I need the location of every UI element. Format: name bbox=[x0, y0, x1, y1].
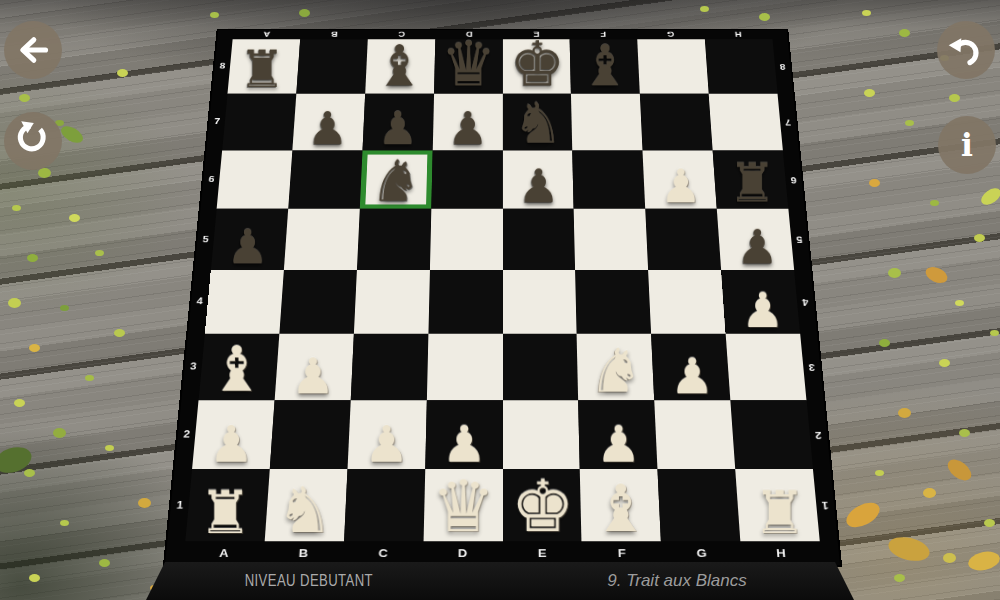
square-c3[interactable] bbox=[351, 334, 429, 400]
piece-white-king-e1[interactable]: ♚ bbox=[503, 471, 582, 542]
file-label-top-F: F bbox=[570, 30, 638, 39]
square-b1[interactable]: ♞ bbox=[265, 469, 348, 541]
square-b6[interactable] bbox=[288, 150, 362, 209]
file-label-top-D: D bbox=[435, 30, 502, 39]
square-c8[interactable]: ♝ bbox=[365, 39, 435, 93]
file-label-top-A: A bbox=[233, 30, 301, 39]
file-label-bottom-H: H bbox=[740, 541, 822, 565]
piece-black-rook-a8[interactable]: ♜ bbox=[228, 43, 297, 95]
square-e2[interactable] bbox=[503, 400, 581, 469]
piece-white-queen-d1[interactable]: ♛ bbox=[423, 471, 502, 542]
square-g4[interactable] bbox=[648, 270, 725, 334]
piece-white-rook-a1[interactable]: ♜ bbox=[186, 482, 265, 542]
square-g1[interactable] bbox=[658, 469, 741, 541]
square-d6[interactable] bbox=[431, 150, 502, 209]
square-f8[interactable]: ♝ bbox=[570, 39, 640, 93]
file-label-top-G: G bbox=[637, 30, 705, 39]
undo-move-button[interactable] bbox=[937, 21, 995, 79]
square-a6[interactable] bbox=[217, 150, 293, 209]
piece-white-pawn-h4[interactable]: ♟ bbox=[726, 286, 800, 334]
piece-white-pawn-d2[interactable]: ♟ bbox=[425, 419, 503, 469]
piece-black-pawn-c7[interactable]: ♟ bbox=[362, 105, 432, 151]
square-a3[interactable]: ♝ bbox=[199, 334, 280, 400]
square-d2[interactable]: ♟ bbox=[425, 400, 503, 469]
piece-white-pawn-a2[interactable]: ♟ bbox=[192, 419, 270, 469]
square-g5[interactable] bbox=[645, 209, 721, 270]
undo-curved-arrow-icon bbox=[944, 28, 988, 72]
square-b2[interactable] bbox=[270, 400, 351, 469]
piece-black-pawn-d7[interactable]: ♟ bbox=[432, 105, 502, 151]
square-h4[interactable]: ♟ bbox=[721, 270, 800, 334]
piece-white-bishop-f1[interactable]: ♝ bbox=[582, 477, 661, 542]
move-status: 9. Trait aux Blancs bbox=[514, 562, 840, 600]
info-icon: i bbox=[945, 123, 989, 167]
piece-white-pawn-b3[interactable]: ♟ bbox=[275, 351, 351, 400]
square-f4[interactable] bbox=[575, 270, 651, 334]
square-g3[interactable]: ♟ bbox=[651, 334, 730, 400]
square-d4[interactable] bbox=[428, 270, 502, 334]
square-b7[interactable]: ♟ bbox=[292, 94, 365, 151]
piece-white-knight-b1[interactable]: ♞ bbox=[265, 478, 344, 541]
info-button[interactable]: i bbox=[938, 116, 996, 174]
square-c6[interactable]: ♞ bbox=[360, 150, 433, 209]
piece-black-knight-c6[interactable]: ♞ bbox=[360, 153, 431, 210]
piece-black-pawn-b7[interactable]: ♟ bbox=[292, 105, 362, 151]
rotate-clockwise-icon bbox=[11, 119, 55, 163]
square-h6[interactable]: ♜ bbox=[713, 150, 789, 209]
piece-black-rook-h6[interactable]: ♜ bbox=[717, 156, 788, 210]
piece-white-pawn-c2[interactable]: ♟ bbox=[347, 419, 425, 469]
square-c2[interactable]: ♟ bbox=[347, 400, 426, 469]
square-a4[interactable] bbox=[205, 270, 284, 334]
piece-black-queen-d8[interactable]: ♛ bbox=[434, 33, 503, 95]
square-f3[interactable]: ♞ bbox=[577, 334, 655, 400]
square-a5[interactable]: ♟ bbox=[211, 209, 288, 270]
back-button[interactable] bbox=[4, 21, 62, 79]
piece-black-bishop-f8[interactable]: ♝ bbox=[571, 38, 640, 95]
square-d5[interactable] bbox=[430, 209, 503, 270]
square-h2[interactable] bbox=[730, 400, 813, 469]
file-label-bottom-B: B bbox=[263, 541, 344, 565]
board-frame: ABCDEFGH ABCDEFGH 87654321 87654321 ♜♝♛♚… bbox=[165, 30, 840, 565]
square-f2[interactable]: ♟ bbox=[578, 400, 657, 469]
square-g7[interactable] bbox=[640, 94, 713, 151]
square-b5[interactable] bbox=[284, 209, 360, 270]
square-b4[interactable] bbox=[279, 270, 356, 334]
file-label-top-E: E bbox=[503, 30, 570, 39]
file-label-bottom-A: A bbox=[183, 541, 265, 565]
square-a7[interactable] bbox=[222, 94, 296, 151]
rotate-board-button[interactable] bbox=[4, 112, 62, 170]
piece-white-bishop-a3[interactable]: ♝ bbox=[199, 338, 275, 401]
square-b3[interactable]: ♟ bbox=[275, 334, 354, 400]
square-a8[interactable]: ♜ bbox=[227, 39, 300, 93]
square-a2[interactable]: ♟ bbox=[192, 400, 275, 469]
square-h8[interactable] bbox=[705, 39, 778, 93]
square-h7[interactable] bbox=[709, 94, 783, 151]
file-label-bottom-E: E bbox=[503, 541, 583, 565]
piece-white-pawn-f2[interactable]: ♟ bbox=[580, 419, 658, 469]
square-g6[interactable]: ♟ bbox=[643, 150, 717, 209]
square-f1[interactable]: ♝ bbox=[580, 469, 661, 541]
square-a1[interactable]: ♜ bbox=[185, 469, 269, 541]
board-grid: ♜♝♛♚♝♟♟♟♞♞♟♟♜♟♟♟♝♟♞♟♟♟♟♟♜♞♛♚♝♜ bbox=[185, 39, 820, 541]
square-e1[interactable]: ♚ bbox=[503, 469, 582, 541]
square-h3[interactable] bbox=[726, 334, 807, 400]
square-e7[interactable]: ♞ bbox=[503, 94, 573, 151]
piece-white-rook-h1[interactable]: ♜ bbox=[740, 482, 819, 542]
square-b8[interactable] bbox=[296, 39, 367, 93]
piece-black-pawn-a5[interactable]: ♟ bbox=[211, 223, 284, 270]
file-label-top-B: B bbox=[300, 30, 368, 39]
square-h5[interactable]: ♟ bbox=[717, 209, 794, 270]
square-f7[interactable] bbox=[571, 94, 642, 151]
piece-white-knight-f3[interactable]: ♞ bbox=[578, 340, 654, 401]
piece-black-knight-e7[interactable]: ♞ bbox=[503, 95, 573, 151]
file-labels-bottom: ABCDEFGH bbox=[183, 541, 822, 565]
file-label-bottom-F: F bbox=[582, 541, 662, 565]
left-arrow-icon bbox=[11, 28, 55, 72]
file-label-top-H: H bbox=[704, 30, 772, 39]
square-f6[interactable] bbox=[573, 150, 646, 209]
file-label-bottom-G: G bbox=[661, 541, 742, 565]
square-e6[interactable]: ♟ bbox=[503, 150, 574, 209]
piece-black-pawn-h5[interactable]: ♟ bbox=[721, 223, 794, 270]
file-label-top-C: C bbox=[368, 30, 436, 39]
svg-text:i: i bbox=[961, 126, 973, 163]
file-labels-top: ABCDEFGH bbox=[233, 30, 773, 39]
scattered-leaves bbox=[0, 0, 9, 6]
square-f5[interactable] bbox=[574, 209, 648, 270]
square-e4[interactable] bbox=[503, 270, 577, 334]
file-label-bottom-D: D bbox=[423, 541, 503, 565]
piece-black-pawn-e6[interactable]: ♟ bbox=[503, 163, 574, 209]
square-e8[interactable]: ♚ bbox=[503, 39, 572, 93]
square-d8[interactable]: ♛ bbox=[434, 39, 503, 93]
piece-black-bishop-c8[interactable]: ♝ bbox=[365, 38, 434, 95]
file-label-bottom-C: C bbox=[343, 541, 423, 565]
square-c1[interactable] bbox=[344, 469, 425, 541]
piece-black-king-e8[interactable]: ♚ bbox=[503, 33, 572, 95]
level-label: NIVEAU DEBUTANT bbox=[175, 562, 442, 600]
board-side-panel: NIVEAU DEBUTANT 9. Trait aux Blancs bbox=[146, 562, 854, 600]
square-e5[interactable] bbox=[503, 209, 576, 270]
piece-white-pawn-g3[interactable]: ♟ bbox=[654, 351, 730, 400]
app-screen: ABCDEFGH ABCDEFGH 87654321 87654321 ♜♝♛♚… bbox=[0, 0, 1000, 600]
square-g8[interactable] bbox=[637, 39, 708, 93]
square-c7[interactable]: ♟ bbox=[362, 94, 433, 151]
square-c5[interactable] bbox=[357, 209, 431, 270]
chessboard-3d: ABCDEFGH ABCDEFGH 87654321 87654321 ♜♝♛♚… bbox=[165, 30, 840, 565]
square-c4[interactable] bbox=[354, 270, 430, 334]
square-d1[interactable]: ♛ bbox=[423, 469, 502, 541]
square-e3[interactable] bbox=[503, 334, 579, 400]
piece-white-pawn-g6[interactable]: ♟ bbox=[645, 163, 716, 209]
square-d7[interactable]: ♟ bbox=[432, 94, 502, 151]
square-h1[interactable]: ♜ bbox=[735, 469, 819, 541]
square-d3[interactable] bbox=[427, 334, 503, 400]
square-g2[interactable] bbox=[654, 400, 735, 469]
